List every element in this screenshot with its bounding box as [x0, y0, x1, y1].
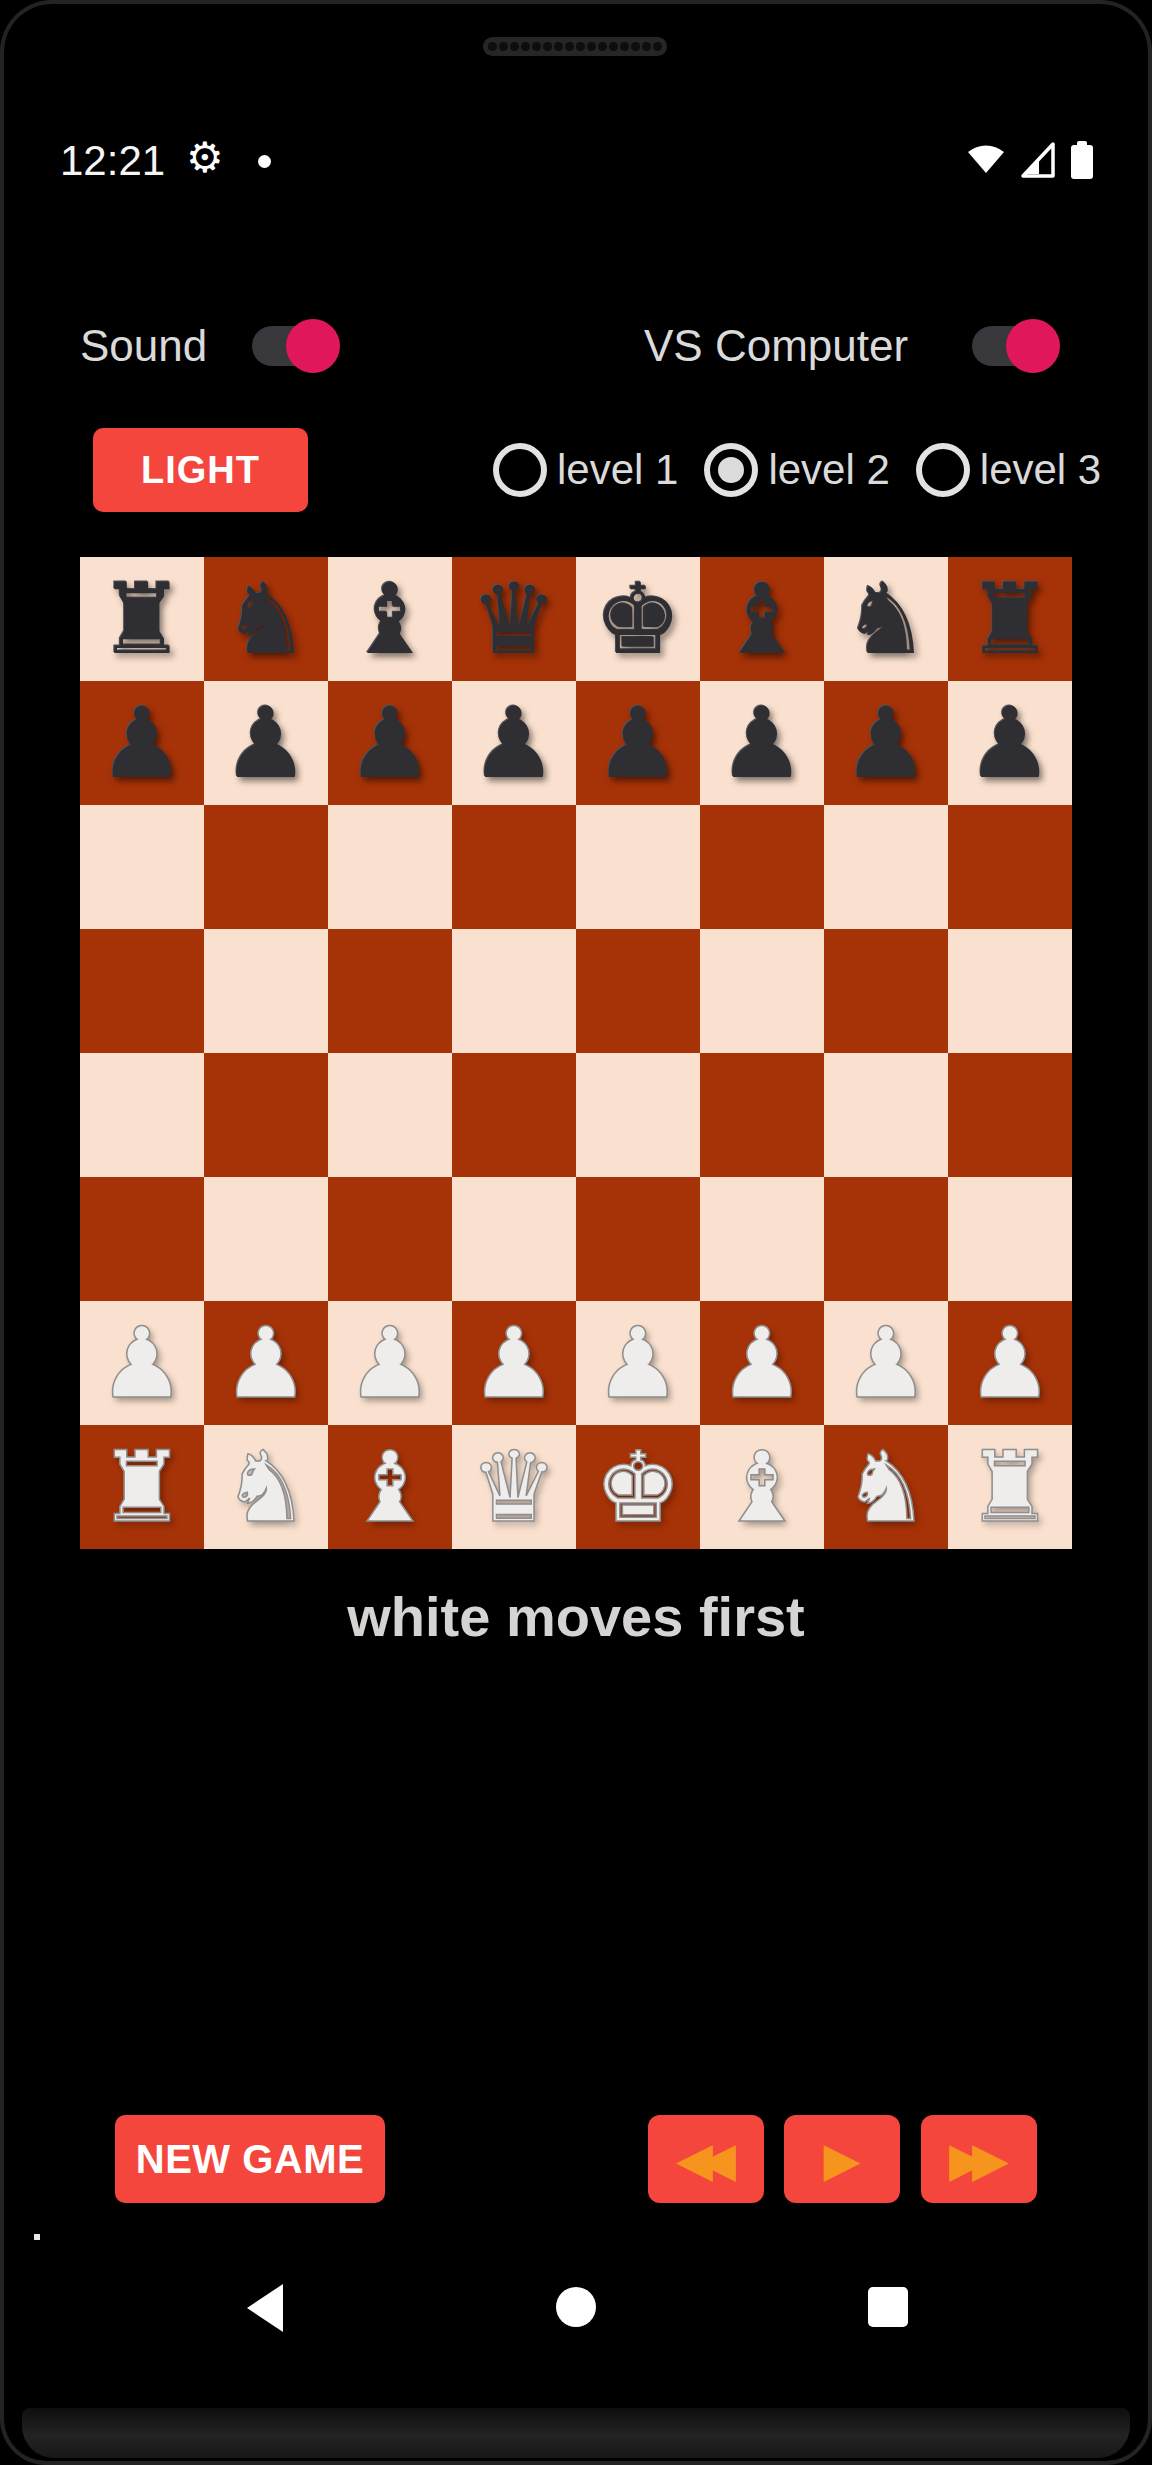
square-d7[interactable]: ♟: [452, 681, 576, 805]
piece-white-pawn: ♟: [98, 1301, 186, 1425]
square-f8[interactable]: ♝: [700, 557, 824, 681]
cellular-signal-icon: [1020, 141, 1056, 179]
piece-black-pawn: ♟: [470, 681, 558, 805]
square-d8[interactable]: ♛: [452, 557, 576, 681]
piece-black-pawn: ♟: [98, 681, 186, 805]
square-h7[interactable]: ♟: [948, 681, 1072, 805]
square-a1[interactable]: ♜: [80, 1425, 204, 1549]
square-a6[interactable]: [80, 805, 204, 929]
square-e3[interactable]: [576, 1177, 700, 1301]
recents-icon[interactable]: [868, 2287, 908, 2327]
square-c6[interactable]: [328, 805, 452, 929]
piece-white-pawn: ♟: [966, 1301, 1054, 1425]
piece-white-bishop: ♝: [346, 1425, 434, 1549]
status-time: 12:21: [60, 140, 165, 182]
square-a4[interactable]: [80, 1053, 204, 1177]
square-c1[interactable]: ♝: [328, 1425, 452, 1549]
piece-black-pawn: ♟: [718, 681, 806, 805]
stray-dot: [34, 2234, 40, 2240]
speaker-grille: [483, 37, 667, 56]
level-1-radio[interactable]: level 1: [493, 443, 678, 497]
square-f4[interactable]: [700, 1053, 824, 1177]
square-h6[interactable]: [948, 805, 1072, 929]
square-g6[interactable]: [824, 805, 948, 929]
square-f6[interactable]: [700, 805, 824, 929]
square-c5[interactable]: [328, 929, 452, 1053]
piece-white-pawn: ♟: [222, 1301, 310, 1425]
square-e2[interactable]: ♟: [576, 1301, 700, 1425]
square-e6[interactable]: [576, 805, 700, 929]
square-f7[interactable]: ♟: [700, 681, 824, 805]
square-d5[interactable]: [452, 929, 576, 1053]
square-g3[interactable]: [824, 1177, 948, 1301]
chess-board: ♜♞♝♛♚♝♞♜♟♟♟♟♟♟♟♟♟♟♟♟♟♟♟♟♜♞♝♛♚♝♞♜: [80, 557, 1072, 1549]
piece-black-king: ♚: [594, 557, 682, 681]
square-a5[interactable]: [80, 929, 204, 1053]
new-game-button[interactable]: NEW GAME: [115, 2115, 385, 2203]
back-icon[interactable]: [247, 2284, 283, 2332]
vs-computer-label: VS Computer: [644, 319, 908, 373]
square-e5[interactable]: [576, 929, 700, 1053]
fast-forward-button[interactable]: ▶▶: [921, 2115, 1037, 2203]
piece-black-knight: ♞: [842, 557, 930, 681]
square-h8[interactable]: ♜: [948, 557, 1072, 681]
square-c2[interactable]: ♟: [328, 1301, 452, 1425]
play-button[interactable]: ▶: [784, 2115, 900, 2203]
rewind-icon: ◀◀: [676, 2135, 736, 2183]
piece-white-bishop: ♝: [718, 1425, 806, 1549]
square-b1[interactable]: ♞: [204, 1425, 328, 1549]
light-theme-button[interactable]: LIGHT: [93, 428, 308, 512]
square-f5[interactable]: [700, 929, 824, 1053]
square-e7[interactable]: ♟: [576, 681, 700, 805]
piece-white-pawn: ♟: [842, 1301, 930, 1425]
rewind-button[interactable]: ◀◀: [648, 2115, 764, 2203]
square-g5[interactable]: [824, 929, 948, 1053]
vs-computer-toggle[interactable]: [972, 319, 1060, 373]
piece-black-knight: ♞: [222, 557, 310, 681]
turn-status-text: white moves first: [0, 1584, 1152, 1649]
level-2-radio[interactable]: level 2: [704, 443, 889, 497]
square-e1[interactable]: ♚: [576, 1425, 700, 1549]
battery-icon: [1070, 141, 1094, 181]
level-radio-group: level 1 level 2 level 3: [493, 428, 1101, 512]
radio-circle-icon: [916, 443, 970, 497]
piece-white-knight: ♞: [222, 1425, 310, 1549]
piece-black-pawn: ♟: [594, 681, 682, 805]
square-b4[interactable]: [204, 1053, 328, 1177]
sound-toggle[interactable]: [252, 319, 340, 373]
piece-white-pawn: ♟: [346, 1301, 434, 1425]
square-h5[interactable]: [948, 929, 1072, 1053]
square-e4[interactable]: [576, 1053, 700, 1177]
home-icon[interactable]: [556, 2287, 596, 2327]
square-d4[interactable]: [452, 1053, 576, 1177]
piece-black-rook: ♜: [98, 557, 186, 681]
square-a3[interactable]: [80, 1177, 204, 1301]
status-icons: [966, 141, 1094, 181]
toggle-thumb: [286, 319, 340, 373]
square-f2[interactable]: ♟: [700, 1301, 824, 1425]
square-a2[interactable]: ♟: [80, 1301, 204, 1425]
square-g2[interactable]: ♟: [824, 1301, 948, 1425]
piece-white-queen: ♛: [470, 1425, 558, 1549]
square-h1[interactable]: ♜: [948, 1425, 1072, 1549]
square-g4[interactable]: [824, 1053, 948, 1177]
notification-dot-icon: [258, 155, 271, 168]
square-d3[interactable]: [452, 1177, 576, 1301]
chess-app-screen: 12:21 ⚙ Sound VS Computer LIGHT level 1: [0, 0, 1152, 2465]
piece-white-pawn: ♟: [470, 1301, 558, 1425]
piece-white-rook: ♜: [966, 1425, 1054, 1549]
level-3-radio[interactable]: level 3: [916, 443, 1101, 497]
sound-label: Sound: [80, 319, 207, 373]
phone-chin: [22, 2408, 1130, 2458]
piece-black-pawn: ♟: [966, 681, 1054, 805]
piece-white-king: ♚: [594, 1425, 682, 1549]
piece-black-rook: ♜: [966, 557, 1054, 681]
radio-circle-icon: [704, 443, 758, 497]
square-b3[interactable]: [204, 1177, 328, 1301]
square-h2[interactable]: ♟: [948, 1301, 1072, 1425]
square-b5[interactable]: [204, 929, 328, 1053]
piece-white-pawn: ♟: [718, 1301, 806, 1425]
square-h3[interactable]: [948, 1177, 1072, 1301]
square-b8[interactable]: ♞: [204, 557, 328, 681]
square-b2[interactable]: ♟: [204, 1301, 328, 1425]
square-c8[interactable]: ♝: [328, 557, 452, 681]
square-g8[interactable]: ♞: [824, 557, 948, 681]
piece-white-pawn: ♟: [594, 1301, 682, 1425]
square-d1[interactable]: ♛: [452, 1425, 576, 1549]
square-b6[interactable]: [204, 805, 328, 929]
radio-circle-icon: [493, 443, 547, 497]
piece-white-knight: ♞: [842, 1425, 930, 1549]
square-e8[interactable]: ♚: [576, 557, 700, 681]
square-g7[interactable]: ♟: [824, 681, 948, 805]
wifi-icon: [966, 141, 1006, 175]
square-a7[interactable]: ♟: [80, 681, 204, 805]
square-c7[interactable]: ♟: [328, 681, 452, 805]
square-d2[interactable]: ♟: [452, 1301, 576, 1425]
toggle-thumb: [1006, 319, 1060, 373]
square-h4[interactable]: [948, 1053, 1072, 1177]
square-f3[interactable]: [700, 1177, 824, 1301]
square-c4[interactable]: [328, 1053, 452, 1177]
piece-white-rook: ♜: [98, 1425, 186, 1549]
piece-black-pawn: ♟: [346, 681, 434, 805]
piece-black-bishop: ♝: [346, 557, 434, 681]
square-a8[interactable]: ♜: [80, 557, 204, 681]
play-icon: ▶: [824, 2135, 861, 2183]
piece-black-bishop: ♝: [718, 557, 806, 681]
fast-forward-icon: ▶▶: [949, 2135, 1009, 2183]
square-d6[interactable]: [452, 805, 576, 929]
gear-icon: ⚙: [186, 136, 224, 180]
square-g1[interactable]: ♞: [824, 1425, 948, 1549]
piece-black-pawn: ♟: [222, 681, 310, 805]
square-c3[interactable]: [328, 1177, 452, 1301]
square-f1[interactable]: ♝: [700, 1425, 824, 1549]
piece-black-queen: ♛: [470, 557, 558, 681]
square-b7[interactable]: ♟: [204, 681, 328, 805]
piece-black-pawn: ♟: [842, 681, 930, 805]
